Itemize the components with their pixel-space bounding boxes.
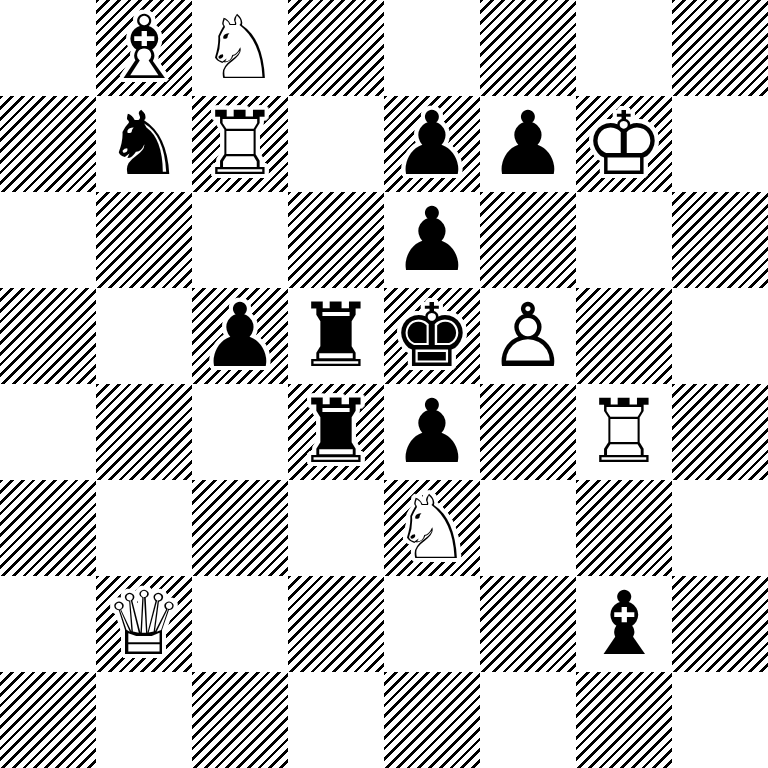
square-b3[interactable] — [96, 480, 192, 576]
black-rook-halo: ♜ — [288, 384, 384, 480]
square-a8[interactable] — [0, 0, 96, 96]
square-a6[interactable] — [0, 192, 96, 288]
square-g3[interactable] — [576, 480, 672, 576]
square-e2[interactable] — [384, 576, 480, 672]
white-king-halo: ♚ — [576, 96, 672, 192]
black-pawn-icon: ♟ — [192, 288, 288, 384]
square-g1[interactable] — [576, 672, 672, 768]
square-c4[interactable] — [192, 384, 288, 480]
white-pawn-halo: ♟ — [480, 288, 576, 384]
black-bishop-icon: ♝ — [576, 576, 672, 672]
white-rook-halo: ♜ — [192, 96, 288, 192]
square-g8[interactable] — [576, 0, 672, 96]
square-e7[interactable]: ♟♟ — [384, 96, 480, 192]
square-c6[interactable] — [192, 192, 288, 288]
square-c2[interactable] — [192, 576, 288, 672]
black-pawn-halo: ♟ — [480, 96, 576, 192]
chess-board: ♝♗♞♘♞♞♜♖♟♟♟♟♚♔♟♟♟♟♜♜♚♚♟♙♜♜♟♟♜♖♞♘♛♕♝♝ — [0, 0, 768, 768]
square-h2[interactable] — [672, 576, 768, 672]
chess-diagram: ♝♗♞♘♞♞♜♖♟♟♟♟♚♔♟♟♟♟♜♜♚♚♟♙♜♜♟♟♜♖♞♘♛♕♝♝ — [0, 0, 768, 768]
square-e1[interactable] — [384, 672, 480, 768]
square-a5[interactable] — [0, 288, 96, 384]
square-c5[interactable]: ♟♟ — [192, 288, 288, 384]
black-bishop-halo: ♝ — [576, 576, 672, 672]
black-knight-halo: ♞ — [96, 96, 192, 192]
square-e3[interactable]: ♞♘ — [384, 480, 480, 576]
white-rook-halo: ♜ — [576, 384, 672, 480]
square-f6[interactable] — [480, 192, 576, 288]
square-f2[interactable] — [480, 576, 576, 672]
square-c8[interactable]: ♞♘ — [192, 0, 288, 96]
square-e5[interactable]: ♚♚ — [384, 288, 480, 384]
white-rook-icon: ♖ — [192, 96, 288, 192]
black-pawn-halo: ♟ — [384, 384, 480, 480]
square-d8[interactable] — [288, 0, 384, 96]
black-rook-icon: ♜ — [288, 288, 384, 384]
black-king-halo: ♚ — [384, 288, 480, 384]
black-rook-icon: ♜ — [288, 384, 384, 480]
black-pawn-icon: ♟ — [384, 384, 480, 480]
square-e6[interactable]: ♟♟ — [384, 192, 480, 288]
square-f4[interactable] — [480, 384, 576, 480]
square-f7[interactable]: ♟♟ — [480, 96, 576, 192]
square-b8[interactable]: ♝♗ — [96, 0, 192, 96]
square-f1[interactable] — [480, 672, 576, 768]
square-h6[interactable] — [672, 192, 768, 288]
square-g5[interactable] — [576, 288, 672, 384]
white-knight-halo: ♞ — [192, 0, 288, 96]
square-h3[interactable] — [672, 480, 768, 576]
white-queen-halo: ♛ — [96, 576, 192, 672]
square-b7[interactable]: ♞♞ — [96, 96, 192, 192]
white-queen-icon: ♕ — [96, 576, 192, 672]
white-knight-halo: ♞ — [384, 480, 480, 576]
white-king-icon: ♔ — [576, 96, 672, 192]
square-f5[interactable]: ♟♙ — [480, 288, 576, 384]
square-a1[interactable] — [0, 672, 96, 768]
square-d5[interactable]: ♜♜ — [288, 288, 384, 384]
square-a3[interactable] — [0, 480, 96, 576]
square-g7[interactable]: ♚♔ — [576, 96, 672, 192]
square-c1[interactable] — [192, 672, 288, 768]
square-h7[interactable] — [672, 96, 768, 192]
square-d3[interactable] — [288, 480, 384, 576]
square-b6[interactable] — [96, 192, 192, 288]
black-pawn-halo: ♟ — [384, 192, 480, 288]
black-pawn-halo: ♟ — [384, 96, 480, 192]
square-c3[interactable] — [192, 480, 288, 576]
black-pawn-halo: ♟ — [192, 288, 288, 384]
square-c7[interactable]: ♜♖ — [192, 96, 288, 192]
square-g2[interactable]: ♝♝ — [576, 576, 672, 672]
square-d7[interactable] — [288, 96, 384, 192]
white-rook-icon: ♖ — [576, 384, 672, 480]
square-g6[interactable] — [576, 192, 672, 288]
square-f3[interactable] — [480, 480, 576, 576]
square-b2[interactable]: ♛♕ — [96, 576, 192, 672]
square-d2[interactable] — [288, 576, 384, 672]
square-d4[interactable]: ♜♜ — [288, 384, 384, 480]
square-b5[interactable] — [96, 288, 192, 384]
white-pawn-icon: ♙ — [480, 288, 576, 384]
square-a7[interactable] — [0, 96, 96, 192]
black-king-icon: ♚ — [384, 288, 480, 384]
square-a4[interactable] — [0, 384, 96, 480]
square-e4[interactable]: ♟♟ — [384, 384, 480, 480]
square-e8[interactable] — [384, 0, 480, 96]
black-pawn-icon: ♟ — [384, 192, 480, 288]
square-g4[interactable]: ♜♖ — [576, 384, 672, 480]
square-b4[interactable] — [96, 384, 192, 480]
black-rook-halo: ♜ — [288, 288, 384, 384]
white-knight-icon: ♘ — [384, 480, 480, 576]
square-b1[interactable] — [96, 672, 192, 768]
square-h4[interactable] — [672, 384, 768, 480]
white-bishop-icon: ♗ — [96, 0, 192, 96]
black-pawn-icon: ♟ — [480, 96, 576, 192]
white-knight-icon: ♘ — [192, 0, 288, 96]
square-h5[interactable] — [672, 288, 768, 384]
square-a2[interactable] — [0, 576, 96, 672]
square-d6[interactable] — [288, 192, 384, 288]
square-h8[interactable] — [672, 0, 768, 96]
black-pawn-icon: ♟ — [384, 96, 480, 192]
square-d1[interactable] — [288, 672, 384, 768]
white-bishop-halo: ♝ — [96, 0, 192, 96]
square-h1[interactable] — [672, 672, 768, 768]
black-knight-icon: ♞ — [96, 96, 192, 192]
square-f8[interactable] — [480, 0, 576, 96]
